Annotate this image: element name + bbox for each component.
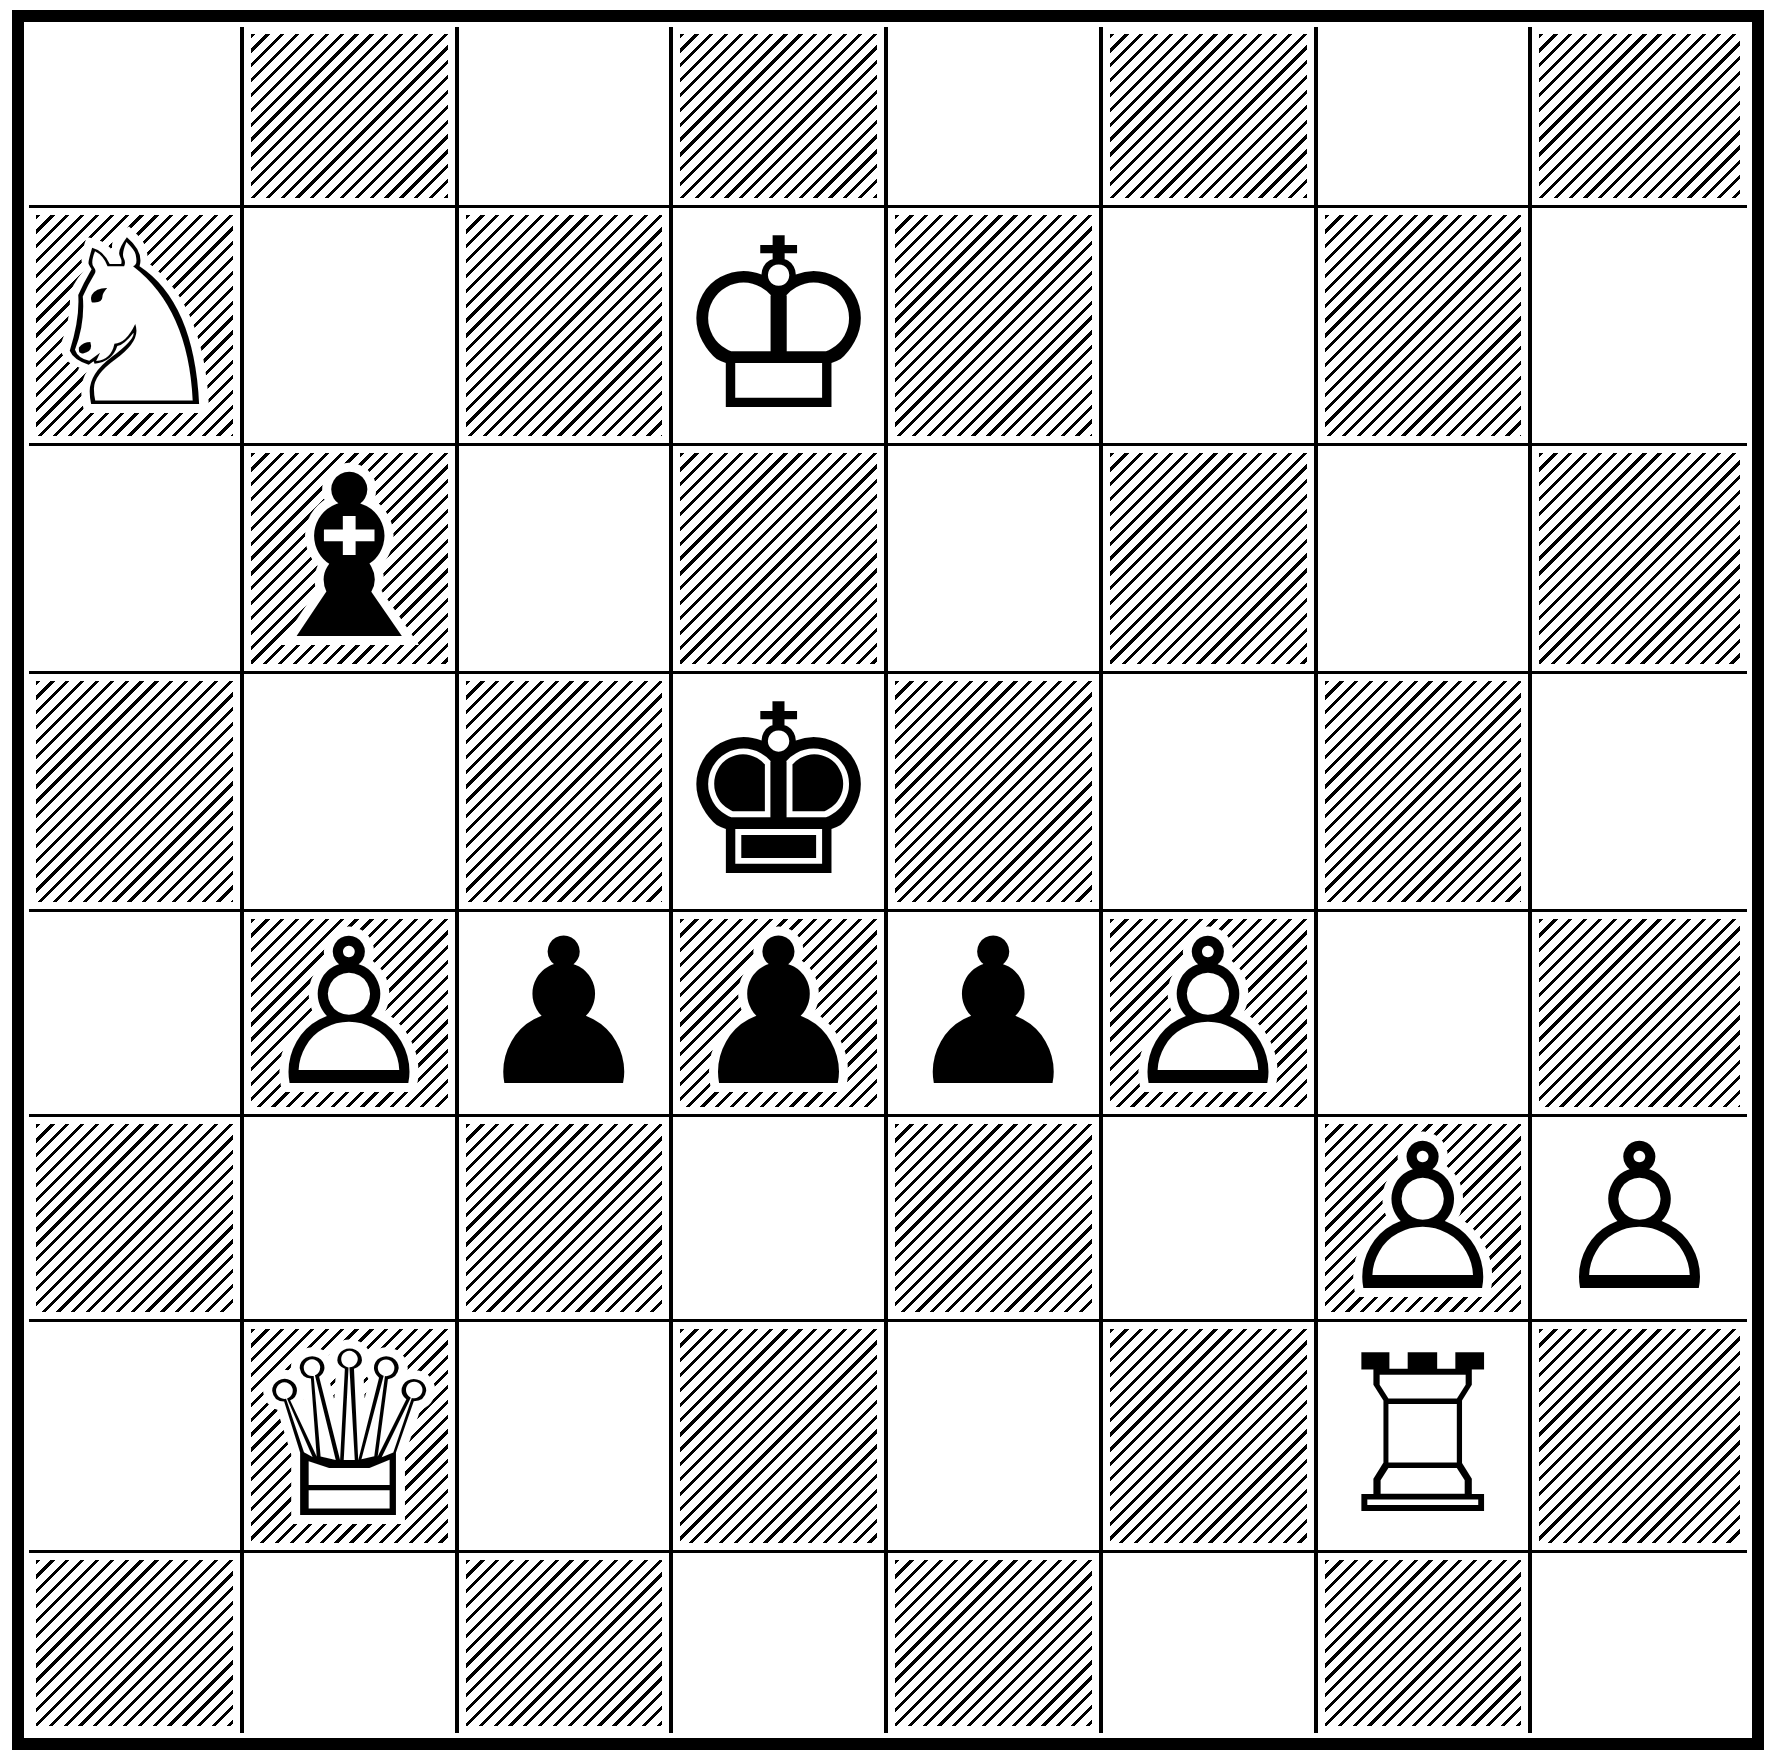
- piece-glyph: ♕: [247, 1322, 451, 1550]
- square-e3[interactable]: [888, 1117, 1103, 1322]
- black-king: ♚♚: [673, 674, 884, 909]
- square-c6[interactable]: [459, 446, 674, 674]
- square-g8[interactable]: [1318, 27, 1533, 208]
- square-e1[interactable]: [888, 1553, 1103, 1734]
- square-c3[interactable]: [459, 1117, 674, 1322]
- square-a8[interactable]: [29, 27, 244, 208]
- square-h6[interactable]: [1532, 446, 1747, 674]
- square-e6[interactable]: [888, 446, 1103, 674]
- square-b5[interactable]: [244, 674, 459, 912]
- square-g5[interactable]: [1318, 674, 1533, 912]
- square-d8[interactable]: [673, 27, 888, 208]
- chessboard: ♞♘♚♔♝♝♚♚♟♙♟♟♟♟♟♟♟♙♟♙♟♙♛♕♜♖: [12, 10, 1764, 1750]
- white-queen: ♛♕: [247, 1322, 451, 1550]
- square-c1[interactable]: [459, 1553, 674, 1734]
- piece-glyph: ♙: [1332, 1117, 1513, 1319]
- square-e4[interactable]: ♟♟: [888, 912, 1103, 1117]
- piece-glyph: ♔: [673, 208, 884, 443]
- white-pawn: ♟♙: [259, 912, 440, 1114]
- square-h1[interactable]: [1532, 1553, 1747, 1734]
- piece-glyph: ♙: [1118, 912, 1299, 1114]
- piece-glyph: ♝: [248, 446, 450, 671]
- square-f2[interactable]: [1103, 1322, 1318, 1553]
- white-rook: ♜♖: [1325, 1327, 1520, 1545]
- square-d1[interactable]: [673, 1553, 888, 1734]
- square-f1[interactable]: [1103, 1553, 1318, 1734]
- piece-glyph: ♚: [673, 674, 884, 909]
- square-c8[interactable]: [459, 27, 674, 208]
- square-g1[interactable]: [1318, 1553, 1533, 1734]
- square-c7[interactable]: [459, 208, 674, 446]
- white-king: ♚♔: [673, 208, 884, 443]
- square-a2[interactable]: [29, 1322, 244, 1553]
- piece-glyph: ♙: [259, 912, 440, 1114]
- square-g3[interactable]: ♟♙: [1318, 1117, 1533, 1322]
- white-pawn: ♟♙: [1118, 912, 1299, 1114]
- white-pawn: ♟♙: [1332, 1117, 1513, 1319]
- square-b4[interactable]: ♟♙: [244, 912, 459, 1117]
- piece-glyph: ♟: [688, 912, 869, 1114]
- square-d3[interactable]: [673, 1117, 888, 1322]
- piece-glyph: ♟: [903, 912, 1084, 1114]
- square-d2[interactable]: [673, 1322, 888, 1553]
- square-g6[interactable]: [1318, 446, 1533, 674]
- square-d4[interactable]: ♟♟: [673, 912, 888, 1117]
- square-a7[interactable]: ♞♘: [29, 208, 244, 446]
- black-pawn: ♟♟: [903, 912, 1084, 1114]
- piece-glyph: ♘: [32, 211, 236, 439]
- square-d5[interactable]: ♚♚: [673, 674, 888, 912]
- white-pawn: ♟♙: [1549, 1117, 1730, 1319]
- square-h5[interactable]: [1532, 674, 1747, 912]
- square-c5[interactable]: [459, 674, 674, 912]
- board-grid: ♞♘♚♔♝♝♚♚♟♙♟♟♟♟♟♟♟♙♟♙♟♙♛♕♜♖: [29, 27, 1747, 1733]
- piece-glyph: ♖: [1325, 1327, 1520, 1545]
- square-f5[interactable]: [1103, 674, 1318, 912]
- square-h3[interactable]: ♟♙: [1532, 1117, 1747, 1322]
- square-f7[interactable]: [1103, 208, 1318, 446]
- square-b6[interactable]: ♝♝: [244, 446, 459, 674]
- square-e2[interactable]: [888, 1322, 1103, 1553]
- square-a1[interactable]: [29, 1553, 244, 1734]
- square-h7[interactable]: [1532, 208, 1747, 446]
- square-c2[interactable]: [459, 1322, 674, 1553]
- square-e8[interactable]: [888, 27, 1103, 208]
- square-b3[interactable]: [244, 1117, 459, 1322]
- square-h4[interactable]: [1532, 912, 1747, 1117]
- black-bishop: ♝♝: [248, 446, 450, 671]
- square-f4[interactable]: ♟♙: [1103, 912, 1318, 1117]
- square-e5[interactable]: [888, 674, 1103, 912]
- square-g2[interactable]: ♜♖: [1318, 1322, 1533, 1553]
- square-f3[interactable]: [1103, 1117, 1318, 1322]
- square-c4[interactable]: ♟♟: [459, 912, 674, 1117]
- square-e7[interactable]: [888, 208, 1103, 446]
- square-f8[interactable]: [1103, 27, 1318, 208]
- square-a5[interactable]: [29, 674, 244, 912]
- black-pawn: ♟♟: [688, 912, 869, 1114]
- square-b7[interactable]: [244, 208, 459, 446]
- square-d6[interactable]: [673, 446, 888, 674]
- black-pawn: ♟♟: [473, 912, 654, 1114]
- piece-glyph: ♙: [1549, 1117, 1730, 1319]
- square-a6[interactable]: [29, 446, 244, 674]
- square-b2[interactable]: ♛♕: [244, 1322, 459, 1553]
- square-g7[interactable]: [1318, 208, 1533, 446]
- piece-glyph: ♟: [473, 912, 654, 1114]
- square-b1[interactable]: [244, 1553, 459, 1734]
- square-h8[interactable]: [1532, 27, 1747, 208]
- square-f6[interactable]: [1103, 446, 1318, 674]
- square-d7[interactable]: ♚♔: [673, 208, 888, 446]
- square-h2[interactable]: [1532, 1322, 1747, 1553]
- square-a4[interactable]: [29, 912, 244, 1117]
- white-knight: ♞♘: [32, 211, 236, 439]
- square-b8[interactable]: [244, 27, 459, 208]
- square-a3[interactable]: [29, 1117, 244, 1322]
- square-g4[interactable]: [1318, 912, 1533, 1117]
